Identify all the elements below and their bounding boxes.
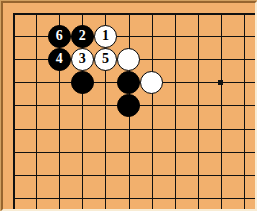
grid-line-vertical	[13, 13, 15, 209]
grid-line-vertical	[36, 13, 37, 209]
grid-line-vertical	[175, 13, 176, 209]
grid-line-vertical	[221, 13, 222, 209]
grid-line-horizontal	[13, 198, 255, 199]
stone-white-move-5: 5	[94, 48, 117, 71]
stone-white-move-1: 1	[94, 25, 117, 48]
stone-black	[117, 71, 140, 94]
grid-line-vertical	[152, 13, 153, 209]
grid-line-horizontal	[13, 175, 255, 176]
go-board: 621435	[3, 3, 255, 209]
stone-black	[117, 94, 140, 117]
stone-black-move-2: 2	[71, 25, 94, 48]
grid-line-horizontal	[13, 13, 255, 15]
stone-white	[140, 71, 163, 94]
stone-black-move-6: 6	[48, 25, 71, 48]
stone-black	[71, 71, 94, 94]
grid-line-vertical	[198, 13, 199, 209]
star-point-hoshi	[218, 80, 223, 85]
go-board-diagram: 621435	[0, 0, 257, 211]
grid-line-vertical	[244, 13, 245, 209]
stone-black-move-4: 4	[48, 48, 71, 71]
diagram-frame: 621435	[1, 1, 257, 211]
grid-line-horizontal	[13, 129, 255, 130]
grid-line-horizontal	[13, 152, 255, 153]
stone-white	[117, 48, 140, 71]
stone-white-move-3: 3	[71, 48, 94, 71]
